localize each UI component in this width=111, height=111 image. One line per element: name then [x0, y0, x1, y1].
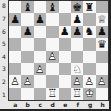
piece-black-pawn-f7: ♟: [71, 13, 83, 25]
square-a6[interactable]: [9, 26, 21, 38]
square-d3[interactable]: [46, 63, 58, 75]
piece-black-knight-g6: ♞: [83, 26, 95, 38]
piece-white-pawn-b2: ♟♙: [21, 75, 33, 87]
square-a7[interactable]: ♟: [9, 13, 21, 25]
piece-black-pawn-b6: ♟: [21, 26, 33, 38]
square-d5[interactable]: [46, 38, 58, 50]
white-piece-outline: ♙: [34, 63, 46, 75]
square-e5[interactable]: [59, 38, 71, 50]
square-h1[interactable]: [96, 88, 108, 100]
square-h8[interactable]: [96, 1, 108, 13]
square-d8[interactable]: ♝: [46, 1, 58, 13]
square-f1[interactable]: ♜♖: [71, 88, 83, 100]
square-c4[interactable]: [34, 51, 46, 63]
piece-white-queen-h7: ♛♕: [96, 13, 108, 25]
square-d6[interactable]: [46, 26, 58, 38]
square-f8[interactable]: ♚: [71, 1, 83, 13]
square-f6[interactable]: ♟: [71, 26, 83, 38]
rank-label-3: 3: [0, 63, 8, 76]
square-b1[interactable]: [21, 88, 33, 100]
piece-white-pawn-h2: ♟♙: [96, 75, 108, 87]
white-piece-outline: ♙: [83, 75, 95, 87]
piece-black-pawn-f6: ♟: [71, 26, 83, 38]
file-label-e: e: [59, 101, 72, 109]
square-a8[interactable]: [9, 1, 21, 13]
square-b4[interactable]: [21, 51, 33, 63]
white-piece-outline: ♔: [83, 88, 95, 100]
square-h4[interactable]: [96, 51, 108, 63]
white-piece-outline: ♙: [96, 75, 108, 87]
white-piece-outline: ♖: [46, 88, 58, 100]
file-labels: abcdefgh: [9, 101, 109, 109]
square-g4[interactable]: [83, 51, 95, 63]
square-f4[interactable]: [71, 51, 83, 63]
square-f3[interactable]: ♞♘: [71, 63, 83, 75]
square-f5[interactable]: [71, 38, 83, 50]
piece-white-rook-f1: ♜♖: [71, 88, 83, 100]
piece-black-pawn-h6: ♟: [96, 26, 108, 38]
file-label-d: d: [47, 101, 60, 109]
black-piece-glyph: ♟: [96, 26, 108, 38]
square-c1[interactable]: [34, 88, 46, 100]
square-a3[interactable]: [9, 63, 21, 75]
square-a2[interactable]: ♟♙: [9, 75, 21, 87]
chess-diagram: 87654321 ♝♝♚♜♟♟♟♛♕♟♟♟♞♟♛♟♙♟♙♞♘♟♙♟♙♟♙♟♙♟♙…: [0, 0, 111, 111]
square-g1[interactable]: ♚♔: [83, 88, 95, 100]
square-g7[interactable]: [83, 13, 95, 25]
piece-white-pawn-d4: ♟♙: [46, 51, 58, 63]
rank-label-1: 1: [0, 88, 8, 101]
black-piece-glyph: ♜: [83, 1, 95, 13]
square-g3[interactable]: [83, 63, 95, 75]
rank-labels: 87654321: [0, 0, 8, 101]
white-piece-outline: ♙: [9, 75, 21, 87]
black-piece-glyph: ♟: [34, 13, 46, 25]
white-piece-outline: ♙: [71, 75, 83, 87]
square-b5[interactable]: [21, 38, 33, 50]
square-f2[interactable]: ♟♙: [71, 75, 83, 87]
piece-white-pawn-f2: ♟♙: [71, 75, 83, 87]
white-piece-outline: ♖: [71, 88, 83, 100]
square-d4[interactable]: ♟♙: [46, 51, 58, 63]
rank-label-4: 4: [0, 51, 8, 64]
rank-label-5: 5: [0, 38, 8, 51]
piece-black-king-f8: ♚: [71, 1, 83, 13]
rank-label-2: 2: [0, 76, 8, 89]
square-d2[interactable]: [46, 75, 58, 87]
piece-white-pawn-g2: ♟♙: [83, 75, 95, 87]
square-g8[interactable]: ♜: [83, 1, 95, 13]
piece-white-pawn-c3: ♟♙: [34, 63, 46, 75]
piece-black-queen-h5: ♛: [96, 38, 108, 50]
file-label-g: g: [84, 101, 97, 109]
square-a5[interactable]: [9, 38, 21, 50]
rank-label-6: 6: [0, 25, 8, 38]
chess-board: ♝♝♚♜♟♟♟♛♕♟♟♟♞♟♛♟♙♟♙♞♘♟♙♟♙♟♙♟♙♟♙♜♖♜♖♚♔: [8, 0, 109, 101]
file-label-c: c: [34, 101, 47, 109]
square-h6[interactable]: ♟: [96, 26, 108, 38]
piece-black-pawn-a7: ♟: [9, 13, 21, 25]
file-label-f: f: [72, 101, 85, 109]
piece-white-king-g1: ♚♔: [83, 88, 95, 100]
square-e4[interactable]: [59, 51, 71, 63]
square-d7[interactable]: [46, 13, 58, 25]
black-piece-glyph: ♛: [96, 38, 108, 50]
square-b8[interactable]: ♝: [21, 1, 33, 13]
square-c5[interactable]: [34, 38, 46, 50]
square-b6[interactable]: ♟: [21, 26, 33, 38]
square-a1[interactable]: [9, 88, 21, 100]
square-c7[interactable]: ♟: [34, 13, 46, 25]
square-e7[interactable]: [59, 13, 71, 25]
square-c6[interactable]: [34, 26, 46, 38]
piece-white-pawn-a2: ♟♙: [9, 75, 21, 87]
square-e3[interactable]: [59, 63, 71, 75]
black-piece-glyph: ♟: [59, 26, 71, 38]
square-b2[interactable]: ♟♙: [21, 75, 33, 87]
corner-spacer: [0, 101, 8, 109]
square-g2[interactable]: ♟♙: [83, 75, 95, 87]
square-c8[interactable]: [34, 1, 46, 13]
piece-black-bishop-b8: ♝: [21, 1, 33, 13]
black-piece-glyph: ♝: [21, 1, 33, 13]
white-piece-outline: ♕: [96, 13, 108, 25]
square-c2[interactable]: [34, 75, 46, 87]
piece-white-knight-f3: ♞♘: [71, 63, 83, 75]
rank-label-8: 8: [0, 0, 8, 13]
square-d1[interactable]: ♜♖: [46, 88, 58, 100]
black-piece-glyph: ♟: [71, 13, 83, 25]
square-g6[interactable]: ♞: [83, 26, 95, 38]
square-c3[interactable]: ♟♙: [34, 63, 46, 75]
piece-black-rook-g8: ♜: [83, 1, 95, 13]
white-piece-outline: ♘: [71, 63, 83, 75]
black-piece-glyph: ♟: [71, 26, 83, 38]
black-piece-glyph: ♞: [83, 26, 95, 38]
square-e1[interactable]: [59, 88, 71, 100]
piece-white-rook-d1: ♜♖: [46, 88, 58, 100]
square-e6[interactable]: ♟: [59, 26, 71, 38]
square-g5[interactable]: [83, 38, 95, 50]
piece-black-bishop-d8: ♝: [46, 1, 58, 13]
square-b7[interactable]: [21, 13, 33, 25]
black-piece-glyph: ♚: [71, 1, 83, 13]
piece-black-pawn-c7: ♟: [34, 13, 46, 25]
square-h5[interactable]: ♛: [96, 38, 108, 50]
square-h7[interactable]: ♛♕: [96, 13, 108, 25]
file-label-a: a: [9, 101, 22, 109]
black-piece-glyph: ♟: [9, 13, 21, 25]
square-a4[interactable]: [9, 51, 21, 63]
rank-label-7: 7: [0, 13, 8, 26]
square-h2[interactable]: ♟♙: [96, 75, 108, 87]
square-h3[interactable]: [96, 63, 108, 75]
black-piece-glyph: ♟: [21, 26, 33, 38]
square-e2[interactable]: [59, 75, 71, 87]
white-piece-outline: ♙: [46, 51, 58, 63]
black-piece-glyph: ♝: [46, 1, 58, 13]
file-label-b: b: [22, 101, 35, 109]
piece-black-pawn-e6: ♟: [59, 26, 71, 38]
square-e8[interactable]: [59, 1, 71, 13]
file-label-h: h: [97, 101, 110, 109]
square-b3[interactable]: [21, 63, 33, 75]
square-f7[interactable]: ♟: [71, 13, 83, 25]
white-piece-outline: ♙: [21, 75, 33, 87]
